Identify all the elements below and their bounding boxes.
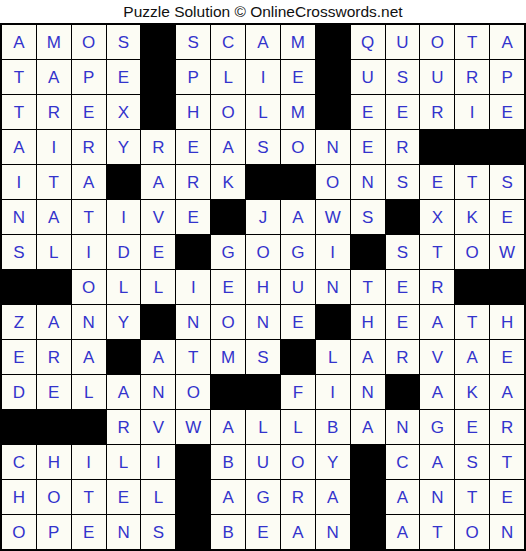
black-cell bbox=[246, 375, 280, 409]
letter-cell-r10c8: S bbox=[246, 340, 280, 374]
letter-cell-r7c13: T bbox=[420, 235, 454, 269]
letter-cell-r1c14: T bbox=[455, 25, 489, 59]
letter-cell-r13c15: T bbox=[490, 445, 524, 479]
letter-cell-r2c3: P bbox=[72, 60, 106, 94]
letter-cell-r8c12: E bbox=[386, 270, 420, 304]
letter-cell-r2c2: A bbox=[37, 60, 71, 94]
letter-cell-r3c2: R bbox=[37, 95, 71, 129]
letter-cell-r10c1: E bbox=[2, 340, 36, 374]
letter-cell-r13c3: I bbox=[72, 445, 106, 479]
letter-cell-r13c9: O bbox=[281, 445, 315, 479]
black-cell bbox=[141, 95, 175, 129]
letter-cell-r1c4: S bbox=[107, 25, 141, 59]
letter-cell-r5c7: K bbox=[211, 165, 245, 199]
letter-cell-r4c8: S bbox=[246, 130, 280, 164]
letter-cell-r7c5: E bbox=[141, 235, 175, 269]
letter-cell-r14c12: A bbox=[386, 480, 420, 514]
letter-cell-r3c13: R bbox=[420, 95, 454, 129]
letter-cell-r9c9: E bbox=[281, 305, 315, 339]
letter-cell-r1c11: Q bbox=[351, 25, 385, 59]
letter-cell-r8c3: O bbox=[72, 270, 106, 304]
letter-cell-r2c13: U bbox=[420, 60, 454, 94]
letter-cell-r8c10: N bbox=[316, 270, 350, 304]
letter-cell-r11c3: L bbox=[72, 375, 106, 409]
letter-cell-r3c12: E bbox=[386, 95, 420, 129]
letter-cell-r7c14: O bbox=[455, 235, 489, 269]
letter-cell-r1c1: A bbox=[2, 25, 36, 59]
letter-cell-r2c6: P bbox=[176, 60, 210, 94]
letter-cell-r14c10: A bbox=[316, 480, 350, 514]
letter-cell-r3c9: M bbox=[281, 95, 315, 129]
letter-cell-r2c14: R bbox=[455, 60, 489, 94]
black-cell bbox=[316, 60, 350, 94]
letter-cell-r1c6: S bbox=[176, 25, 210, 59]
letter-cell-r12c7: A bbox=[211, 410, 245, 444]
letter-cell-r12c15: R bbox=[490, 410, 524, 444]
letter-cell-r12c8: L bbox=[246, 410, 280, 444]
letter-cell-r10c10: L bbox=[316, 340, 350, 374]
letter-cell-r11c14: K bbox=[455, 375, 489, 409]
black-cell bbox=[420, 130, 454, 164]
black-cell bbox=[107, 340, 141, 374]
letter-cell-r10c15: E bbox=[490, 340, 524, 374]
letter-cell-r15c7: B bbox=[211, 515, 245, 549]
letter-cell-r9c8: N bbox=[246, 305, 280, 339]
letter-cell-r9c13: A bbox=[420, 305, 454, 339]
letter-cell-r3c4: X bbox=[107, 95, 141, 129]
letter-cell-r10c2: R bbox=[37, 340, 71, 374]
letter-cell-r15c3: E bbox=[72, 515, 106, 549]
black-cell bbox=[2, 270, 36, 304]
black-cell bbox=[141, 25, 175, 59]
letter-cell-r2c7: L bbox=[211, 60, 245, 94]
letter-cell-r15c1: O bbox=[2, 515, 36, 549]
letter-cell-r14c2: O bbox=[37, 480, 71, 514]
letter-cell-r3c15: E bbox=[490, 95, 524, 129]
letter-cell-r5c2: T bbox=[37, 165, 71, 199]
letter-cell-r10c5: A bbox=[141, 340, 175, 374]
letter-cell-r5c10: O bbox=[316, 165, 350, 199]
black-cell bbox=[455, 270, 489, 304]
letter-cell-r15c5: S bbox=[141, 515, 175, 549]
letter-cell-r4c9: O bbox=[281, 130, 315, 164]
letter-cell-r1c7: C bbox=[211, 25, 245, 59]
letter-cell-r12c13: G bbox=[420, 410, 454, 444]
letter-cell-r12c14: E bbox=[455, 410, 489, 444]
letter-cell-r7c10: I bbox=[316, 235, 350, 269]
black-cell bbox=[316, 95, 350, 129]
letter-cell-r4c10: N bbox=[316, 130, 350, 164]
letter-cell-r15c9: A bbox=[281, 515, 315, 549]
black-cell bbox=[37, 270, 71, 304]
letter-cell-r14c4: E bbox=[107, 480, 141, 514]
letter-cell-r12c12: N bbox=[386, 410, 420, 444]
letter-cell-r4c5: R bbox=[141, 130, 175, 164]
letter-cell-r3c11: E bbox=[351, 95, 385, 129]
letter-cell-r4c2: I bbox=[37, 130, 71, 164]
letter-cell-r2c4: E bbox=[107, 60, 141, 94]
letter-cell-r11c15: A bbox=[490, 375, 524, 409]
black-cell bbox=[316, 25, 350, 59]
letter-cell-r3c1: T bbox=[2, 95, 36, 129]
letter-cell-r15c13: T bbox=[420, 515, 454, 549]
letter-cell-r15c15: N bbox=[490, 515, 524, 549]
letter-cell-r3c3: E bbox=[72, 95, 106, 129]
letter-cell-r11c1: D bbox=[2, 375, 36, 409]
black-cell bbox=[386, 375, 420, 409]
letter-cell-r14c7: A bbox=[211, 480, 245, 514]
page-title: Puzzle Solution © OnlineCrosswords.net bbox=[0, 0, 526, 23]
letter-cell-r5c1: I bbox=[2, 165, 36, 199]
letter-cell-r11c9: F bbox=[281, 375, 315, 409]
letter-cell-r5c5: A bbox=[141, 165, 175, 199]
letter-cell-r12c5: V bbox=[141, 410, 175, 444]
letter-cell-r13c14: S bbox=[455, 445, 489, 479]
letter-cell-r10c6: T bbox=[176, 340, 210, 374]
letter-cell-r9c14: T bbox=[455, 305, 489, 339]
letter-cell-r12c10: B bbox=[316, 410, 350, 444]
letter-cell-r5c3: A bbox=[72, 165, 106, 199]
letter-cell-r12c11: A bbox=[351, 410, 385, 444]
letter-cell-r2c8: I bbox=[246, 60, 280, 94]
letter-cell-r11c5: N bbox=[141, 375, 175, 409]
letter-cell-r10c3: A bbox=[72, 340, 106, 374]
letter-cell-r10c11: A bbox=[351, 340, 385, 374]
letter-cell-r1c13: O bbox=[420, 25, 454, 59]
letter-cell-r13c5: I bbox=[141, 445, 175, 479]
letter-cell-r8c13: R bbox=[420, 270, 454, 304]
letter-cell-r9c1: Z bbox=[2, 305, 36, 339]
letter-cell-r4c7: A bbox=[211, 130, 245, 164]
letter-cell-r5c13: E bbox=[420, 165, 454, 199]
letter-cell-r8c5: L bbox=[141, 270, 175, 304]
black-cell bbox=[281, 165, 315, 199]
letter-cell-r6c3: T bbox=[72, 200, 106, 234]
letter-cell-r4c12: R bbox=[386, 130, 420, 164]
black-cell bbox=[176, 480, 210, 514]
letter-cell-r7c4: D bbox=[107, 235, 141, 269]
letter-cell-r8c4: L bbox=[107, 270, 141, 304]
letter-cell-r4c4: Y bbox=[107, 130, 141, 164]
letter-cell-r12c6: W bbox=[176, 410, 210, 444]
letter-cell-r5c15: S bbox=[490, 165, 524, 199]
letter-cell-r3c8: L bbox=[246, 95, 280, 129]
letter-cell-r9c4: Y bbox=[107, 305, 141, 339]
letter-cell-r6c6: E bbox=[176, 200, 210, 234]
letter-cell-r13c1: C bbox=[2, 445, 36, 479]
black-cell bbox=[455, 130, 489, 164]
black-cell bbox=[351, 480, 385, 514]
letter-cell-r3c14: I bbox=[455, 95, 489, 129]
letter-cell-r13c8: U bbox=[246, 445, 280, 479]
black-cell bbox=[351, 515, 385, 549]
letter-cell-r6c11: S bbox=[351, 200, 385, 234]
black-cell bbox=[351, 445, 385, 479]
letter-cell-r6c4: I bbox=[107, 200, 141, 234]
puzzle-solution-page: Puzzle Solution © OnlineCrosswords.net A… bbox=[0, 0, 526, 551]
letter-cell-r1c15: A bbox=[490, 25, 524, 59]
letter-cell-r14c3: T bbox=[72, 480, 106, 514]
black-cell bbox=[176, 515, 210, 549]
letter-cell-r15c4: N bbox=[107, 515, 141, 549]
letter-cell-r8c8: H bbox=[246, 270, 280, 304]
black-cell bbox=[246, 165, 280, 199]
black-cell bbox=[2, 410, 36, 444]
black-cell bbox=[490, 130, 524, 164]
letter-cell-r2c15: P bbox=[490, 60, 524, 94]
crossword-grid: AMOSSCAMQUOTATAPEPLIEUSURPTREXHOLMEERIEA… bbox=[0, 23, 526, 551]
letter-cell-r13c13: A bbox=[420, 445, 454, 479]
letter-cell-r9c2: A bbox=[37, 305, 71, 339]
letter-cell-r5c11: N bbox=[351, 165, 385, 199]
letter-cell-r3c7: O bbox=[211, 95, 245, 129]
letter-cell-r14c1: H bbox=[2, 480, 36, 514]
letter-cell-r6c10: W bbox=[316, 200, 350, 234]
black-cell bbox=[211, 200, 245, 234]
letter-cell-r6c15: E bbox=[490, 200, 524, 234]
letter-cell-r14c14: T bbox=[455, 480, 489, 514]
letter-cell-r14c8: G bbox=[246, 480, 280, 514]
black-cell bbox=[141, 60, 175, 94]
letter-cell-r10c7: M bbox=[211, 340, 245, 374]
letter-cell-r6c8: J bbox=[246, 200, 280, 234]
letter-cell-r10c13: V bbox=[420, 340, 454, 374]
letter-cell-r10c14: A bbox=[455, 340, 489, 374]
letter-cell-r2c12: S bbox=[386, 60, 420, 94]
letter-cell-r15c8: E bbox=[246, 515, 280, 549]
letter-cell-r4c3: R bbox=[72, 130, 106, 164]
letter-cell-r13c2: H bbox=[37, 445, 71, 479]
letter-cell-r6c14: K bbox=[455, 200, 489, 234]
letter-cell-r14c5: L bbox=[141, 480, 175, 514]
letter-cell-r14c9: R bbox=[281, 480, 315, 514]
letter-cell-r11c10: I bbox=[316, 375, 350, 409]
letter-cell-r7c1: S bbox=[2, 235, 36, 269]
letter-cell-r11c11: N bbox=[351, 375, 385, 409]
black-cell bbox=[72, 410, 106, 444]
letter-cell-r7c3: I bbox=[72, 235, 106, 269]
letter-cell-r5c12: S bbox=[386, 165, 420, 199]
letter-cell-r2c11: U bbox=[351, 60, 385, 94]
letter-cell-r5c6: R bbox=[176, 165, 210, 199]
black-cell bbox=[37, 410, 71, 444]
letter-cell-r7c12: S bbox=[386, 235, 420, 269]
letter-cell-r11c13: A bbox=[420, 375, 454, 409]
letter-cell-r13c12: C bbox=[386, 445, 420, 479]
letter-cell-r14c15: E bbox=[490, 480, 524, 514]
letter-cell-r8c6: I bbox=[176, 270, 210, 304]
letter-cell-r6c9: A bbox=[281, 200, 315, 234]
letter-cell-r14c13: N bbox=[420, 480, 454, 514]
letter-cell-r13c10: Y bbox=[316, 445, 350, 479]
letter-cell-r7c8: O bbox=[246, 235, 280, 269]
letter-cell-r4c6: E bbox=[176, 130, 210, 164]
letter-cell-r10c12: R bbox=[386, 340, 420, 374]
letter-cell-r9c6: N bbox=[176, 305, 210, 339]
letter-cell-r3c6: H bbox=[176, 95, 210, 129]
letter-cell-r6c13: X bbox=[420, 200, 454, 234]
black-cell bbox=[107, 165, 141, 199]
letter-cell-r6c2: A bbox=[37, 200, 71, 234]
letter-cell-r9c11: H bbox=[351, 305, 385, 339]
letter-cell-r7c9: G bbox=[281, 235, 315, 269]
letter-cell-r9c3: N bbox=[72, 305, 106, 339]
black-cell bbox=[281, 340, 315, 374]
letter-cell-r11c4: A bbox=[107, 375, 141, 409]
letter-cell-r9c15: H bbox=[490, 305, 524, 339]
black-cell bbox=[490, 270, 524, 304]
letter-cell-r4c1: A bbox=[2, 130, 36, 164]
black-cell bbox=[316, 305, 350, 339]
black-cell bbox=[176, 445, 210, 479]
letter-cell-r15c2: P bbox=[37, 515, 71, 549]
letter-cell-r8c11: T bbox=[351, 270, 385, 304]
letter-cell-r12c4: R bbox=[107, 410, 141, 444]
letter-cell-r9c7: O bbox=[211, 305, 245, 339]
letter-cell-r13c4: L bbox=[107, 445, 141, 479]
black-cell bbox=[176, 235, 210, 269]
letter-cell-r7c2: L bbox=[37, 235, 71, 269]
letter-cell-r12c9: L bbox=[281, 410, 315, 444]
letter-cell-r8c9: U bbox=[281, 270, 315, 304]
letter-cell-r15c14: O bbox=[455, 515, 489, 549]
letter-cell-r7c7: G bbox=[211, 235, 245, 269]
letter-cell-r2c9: E bbox=[281, 60, 315, 94]
letter-cell-r8c7: E bbox=[211, 270, 245, 304]
letter-cell-r11c6: O bbox=[176, 375, 210, 409]
letter-cell-r1c8: A bbox=[246, 25, 280, 59]
letter-cell-r15c12: A bbox=[386, 515, 420, 549]
letter-cell-r7c15: W bbox=[490, 235, 524, 269]
letter-cell-r11c2: E bbox=[37, 375, 71, 409]
letter-cell-r1c12: U bbox=[386, 25, 420, 59]
black-cell bbox=[141, 305, 175, 339]
black-cell bbox=[386, 200, 420, 234]
letter-cell-r1c9: M bbox=[281, 25, 315, 59]
letter-cell-r2c1: T bbox=[2, 60, 36, 94]
black-cell bbox=[351, 235, 385, 269]
letter-cell-r15c10: N bbox=[316, 515, 350, 549]
letter-cell-r6c1: N bbox=[2, 200, 36, 234]
letter-cell-r1c3: O bbox=[72, 25, 106, 59]
letter-cell-r1c2: M bbox=[37, 25, 71, 59]
letter-cell-r5c14: T bbox=[455, 165, 489, 199]
letter-cell-r9c12: E bbox=[386, 305, 420, 339]
letter-cell-r6c5: V bbox=[141, 200, 175, 234]
black-cell bbox=[211, 375, 245, 409]
letter-cell-r13c7: B bbox=[211, 445, 245, 479]
letter-cell-r4c11: E bbox=[351, 130, 385, 164]
